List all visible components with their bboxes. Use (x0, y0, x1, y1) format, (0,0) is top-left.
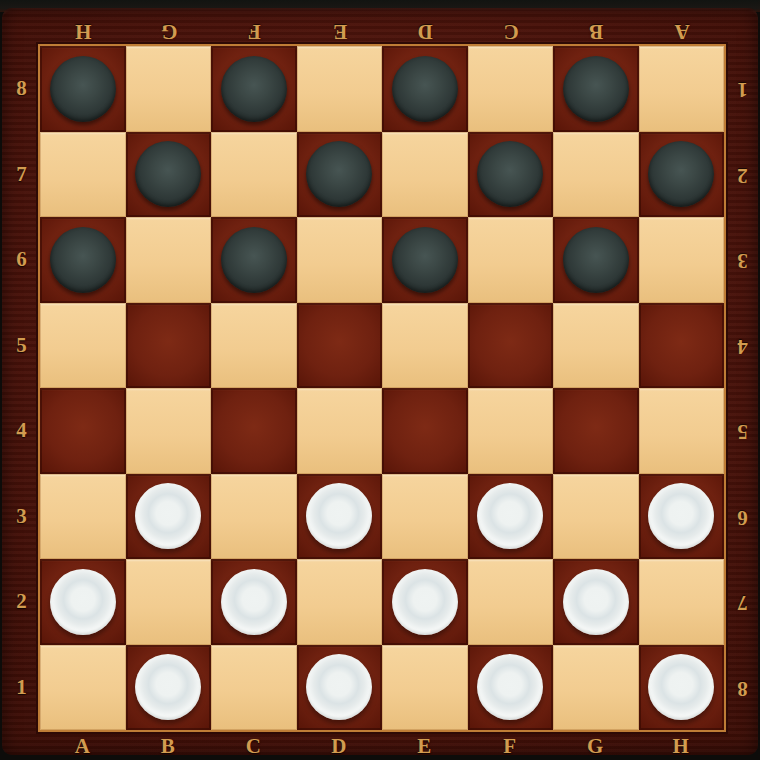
bottom-label-c: C (211, 730, 297, 760)
square-b6[interactable] (126, 217, 212, 303)
top-label-b: B (553, 17, 639, 46)
rank-labels-left: 87654321 (4, 46, 40, 730)
top-label-c: C (468, 17, 554, 46)
black-man-c6[interactable] (221, 227, 287, 293)
right-label-7: 7 (724, 559, 760, 645)
square-g3[interactable] (553, 474, 639, 560)
right-label-3: 3 (724, 217, 760, 303)
square-h2[interactable] (639, 559, 725, 645)
square-b5[interactable] (126, 303, 212, 389)
black-man-a6[interactable] (50, 227, 116, 293)
bottom-label-b: B (126, 730, 212, 760)
square-c4[interactable] (211, 388, 297, 474)
square-d6[interactable] (297, 217, 383, 303)
right-label-2: 2 (724, 132, 760, 218)
black-man-g8[interactable] (563, 56, 629, 122)
square-b1[interactable] (126, 645, 212, 731)
square-e3[interactable] (382, 474, 468, 560)
right-label-5: 5 (724, 388, 760, 474)
square-h8[interactable] (639, 46, 725, 132)
square-g8[interactable] (553, 46, 639, 132)
square-g5[interactable] (553, 303, 639, 389)
square-g7[interactable] (553, 132, 639, 218)
square-f2[interactable] (468, 559, 554, 645)
square-h7[interactable] (639, 132, 725, 218)
square-e7[interactable] (382, 132, 468, 218)
square-e5[interactable] (382, 303, 468, 389)
square-b7[interactable] (126, 132, 212, 218)
square-e8[interactable] (382, 46, 468, 132)
left-label-2: 2 (4, 559, 40, 645)
bottom-label-a: A (40, 730, 126, 760)
square-c8[interactable] (211, 46, 297, 132)
bottom-label-h: H (639, 730, 725, 760)
square-a3[interactable] (40, 474, 126, 560)
black-man-h7[interactable] (648, 141, 714, 207)
square-c6[interactable] (211, 217, 297, 303)
square-f5[interactable] (468, 303, 554, 389)
square-b3[interactable] (126, 474, 212, 560)
square-g6[interactable] (553, 217, 639, 303)
right-label-8: 8 (724, 645, 760, 731)
square-f1[interactable] (468, 645, 554, 731)
top-label-d: D (382, 17, 468, 46)
square-d8[interactable] (297, 46, 383, 132)
square-a4[interactable] (40, 388, 126, 474)
file-labels-bottom: ABCDEFGH (40, 730, 724, 760)
square-h3[interactable] (639, 474, 725, 560)
top-label-h: H (40, 17, 126, 46)
white-man-a2[interactable] (50, 569, 116, 635)
square-b8[interactable] (126, 46, 212, 132)
square-d4[interactable] (297, 388, 383, 474)
bottom-label-f: F (468, 730, 554, 760)
top-label-e: E (297, 17, 383, 46)
left-label-8: 8 (4, 46, 40, 132)
right-label-4: 4 (724, 303, 760, 389)
square-d7[interactable] (297, 132, 383, 218)
square-d1[interactable] (297, 645, 383, 731)
black-man-g6[interactable] (563, 227, 629, 293)
square-d2[interactable] (297, 559, 383, 645)
white-man-d1[interactable] (306, 654, 372, 720)
white-man-f1[interactable] (477, 654, 543, 720)
black-man-e6[interactable] (392, 227, 458, 293)
black-man-e8[interactable] (392, 56, 458, 122)
black-man-d7[interactable] (306, 141, 372, 207)
square-f7[interactable] (468, 132, 554, 218)
square-g4[interactable] (553, 388, 639, 474)
square-h6[interactable] (639, 217, 725, 303)
square-e4[interactable] (382, 388, 468, 474)
bottom-label-d: D (297, 730, 383, 760)
black-man-c8[interactable] (221, 56, 287, 122)
square-a8[interactable] (40, 46, 126, 132)
black-man-a8[interactable] (50, 56, 116, 122)
white-man-d3[interactable] (306, 483, 372, 549)
square-f3[interactable] (468, 474, 554, 560)
square-b2[interactable] (126, 559, 212, 645)
square-d5[interactable] (297, 303, 383, 389)
left-label-1: 1 (4, 645, 40, 731)
square-h4[interactable] (639, 388, 725, 474)
white-man-h3[interactable] (648, 483, 714, 549)
square-g2[interactable] (553, 559, 639, 645)
square-c3[interactable] (211, 474, 297, 560)
square-c5[interactable] (211, 303, 297, 389)
rank-labels-right: 12345678 (724, 46, 760, 730)
white-man-b1[interactable] (135, 654, 201, 720)
left-label-3: 3 (4, 474, 40, 560)
bottom-label-g: G (553, 730, 639, 760)
left-label-6: 6 (4, 217, 40, 303)
black-man-b7[interactable] (135, 141, 201, 207)
left-label-4: 4 (4, 388, 40, 474)
square-f8[interactable] (468, 46, 554, 132)
board-frame: HGFEDCBA ABCDEFGH 87654321 12345678 (2, 8, 758, 755)
square-a1[interactable] (40, 645, 126, 731)
square-a2[interactable] (40, 559, 126, 645)
square-h1[interactable] (639, 645, 725, 731)
white-man-h1[interactable] (648, 654, 714, 720)
top-label-f: F (211, 17, 297, 46)
left-label-5: 5 (4, 303, 40, 389)
square-a5[interactable] (40, 303, 126, 389)
square-h5[interactable] (639, 303, 725, 389)
left-label-7: 7 (4, 132, 40, 218)
square-c7[interactable] (211, 132, 297, 218)
white-man-g2[interactable] (563, 569, 629, 635)
square-g1[interactable] (553, 645, 639, 731)
square-d3[interactable] (297, 474, 383, 560)
white-man-b3[interactable] (135, 483, 201, 549)
square-c1[interactable] (211, 645, 297, 731)
square-c2[interactable] (211, 559, 297, 645)
square-a7[interactable] (40, 132, 126, 218)
top-label-a: A (639, 17, 725, 46)
square-e1[interactable] (382, 645, 468, 731)
checkers-app: HGFEDCBA ABCDEFGH 87654321 12345678 (0, 0, 760, 760)
square-f6[interactable] (468, 217, 554, 303)
square-a6[interactable] (40, 217, 126, 303)
square-f4[interactable] (468, 388, 554, 474)
file-labels-top: HGFEDCBA (40, 17, 724, 46)
right-label-6: 6 (724, 474, 760, 560)
square-e2[interactable] (382, 559, 468, 645)
square-b4[interactable] (126, 388, 212, 474)
square-e6[interactable] (382, 217, 468, 303)
board-grid[interactable] (40, 46, 724, 730)
top-label-g: G (126, 17, 212, 46)
white-man-f3[interactable] (477, 483, 543, 549)
bottom-label-e: E (382, 730, 468, 760)
white-man-c2[interactable] (221, 569, 287, 635)
black-man-f7[interactable] (477, 141, 543, 207)
right-label-1: 1 (724, 46, 760, 132)
white-man-e2[interactable] (392, 569, 458, 635)
